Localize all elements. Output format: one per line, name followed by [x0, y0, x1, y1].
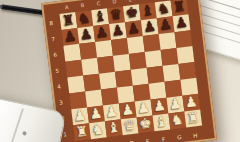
coordinate-label: 5	[54, 63, 59, 79]
board-squares: ♜♞♝♛♚♝♞♜♟♟♟♟♟♟♟♟♟♟♟♟♟♟♟♟♜♞♝♛♚♝♞♜	[59, 0, 202, 141]
piece-white-bishop-f1[interactable]: ♝	[154, 114, 168, 129]
piece-white-rook-h1[interactable]: ♜	[186, 110, 200, 125]
square-g1[interactable]: ♞	[168, 112, 186, 130]
piece-white-pawn-f2[interactable]: ♟	[152, 98, 166, 113]
chess-set-photo: ABCDEFGH 87654321 ♜♞♝♛♚♝♞♜♟♟♟♟♟♟♟♟♟♟♟♟♟♟…	[0, 0, 240, 142]
square-e1[interactable]: ♚	[137, 115, 155, 133]
piece-black-pawn-b7[interactable]: ♟	[79, 26, 93, 41]
piece-black-pawn-g7[interactable]: ♟	[158, 16, 172, 31]
square-f1[interactable]: ♝	[153, 114, 171, 132]
piece-white-knight-b1[interactable]: ♞	[91, 122, 105, 137]
coordinate-label: 7	[51, 31, 56, 47]
coordinate-label: C	[90, 0, 107, 7]
box-dot	[22, 131, 27, 136]
piece-black-king-e8[interactable]: ♚	[125, 5, 139, 20]
piece-white-pawn-e2[interactable]: ♟	[136, 100, 150, 115]
coordinate-label: D	[106, 0, 123, 5]
coordinate-label: B	[74, 1, 91, 9]
coordinate-label: D	[123, 139, 140, 142]
piece-black-bishop-f8[interactable]: ♝	[141, 3, 155, 18]
coordinate-label: 8	[49, 15, 54, 31]
coordinate-label: F	[155, 135, 172, 142]
square-c1[interactable]: ♝	[105, 119, 123, 137]
piece-white-king-e1[interactable]: ♚	[138, 116, 152, 131]
coordinate-label: 6	[52, 47, 57, 63]
piece-white-knight-g1[interactable]: ♞	[170, 112, 184, 127]
square-h1[interactable]: ♜	[184, 110, 202, 128]
coordinate-label: 3	[58, 94, 63, 110]
coordinate-label: H	[187, 131, 204, 139]
chess-board: ABCDEFGH 87654321 ♜♞♝♛♚♝♞♜♟♟♟♟♟♟♟♟♟♟♟♟♟♟…	[41, 0, 217, 142]
piece-black-pawn-e7[interactable]: ♟	[127, 20, 141, 35]
piece-black-pawn-h7[interactable]: ♟	[174, 15, 188, 30]
pen-tip	[0, 5, 3, 9]
piece-black-knight-g8[interactable]: ♞	[156, 1, 170, 16]
piece-black-rook-a8[interactable]: ♜	[61, 12, 75, 27]
coordinate-label: 4	[56, 78, 61, 94]
piece-black-rook-h8[interactable]: ♜	[172, 0, 186, 14]
coordinate-label: C	[108, 141, 125, 142]
box-seam	[8, 108, 23, 142]
piece-white-pawn-a2[interactable]: ♟	[73, 108, 87, 123]
piece-white-pawn-c2[interactable]: ♟	[105, 104, 119, 119]
piece-white-rook-a1[interactable]: ♜	[75, 123, 89, 138]
piece-black-knight-b8[interactable]: ♞	[77, 10, 91, 25]
coordinate-label: E	[139, 137, 156, 142]
coordinate-label: G	[171, 133, 188, 141]
piece-white-pawn-g2[interactable]: ♟	[168, 96, 182, 111]
piece-white-pawn-h2[interactable]: ♟	[184, 94, 198, 109]
piece-black-pawn-a7[interactable]: ♟	[63, 28, 77, 43]
piece-black-queen-d8[interactable]: ♛	[109, 6, 123, 21]
piece-black-pawn-f7[interactable]: ♟	[143, 18, 157, 33]
coordinate-label: A	[58, 3, 75, 11]
piece-white-queen-d1[interactable]: ♛	[122, 118, 136, 133]
piece-black-pawn-c7[interactable]: ♟	[95, 24, 109, 39]
piece-black-bishop-c8[interactable]: ♝	[93, 8, 107, 23]
piece-white-pawn-d2[interactable]: ♟	[121, 102, 135, 117]
piece-white-bishop-c1[interactable]: ♝	[107, 120, 121, 135]
piece-black-pawn-d7[interactable]: ♟	[111, 22, 125, 37]
square-d1[interactable]: ♛	[121, 117, 139, 135]
square-a1[interactable]: ♜	[73, 123, 91, 141]
piece-white-pawn-b2[interactable]: ♟	[89, 106, 103, 121]
square-b1[interactable]: ♞	[89, 121, 107, 139]
